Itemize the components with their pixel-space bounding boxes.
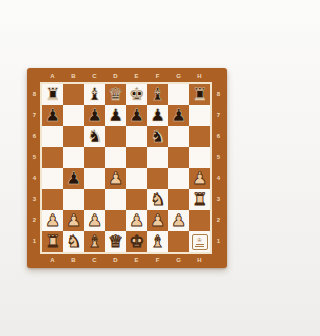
square-h5[interactable] (189, 147, 210, 168)
square-d7[interactable]: ♟ (105, 105, 126, 126)
square-e6[interactable] (126, 126, 147, 147)
board-grid: ♜♝♛♚♝♜♟♟♟♟♟♟♞♞♟♟♟♞♜♟♟♟♟♟♟♜♞♝♛♚♝♔ (42, 84, 210, 252)
file-label: F (147, 252, 168, 268)
square-f2[interactable]: ♟ (147, 210, 168, 231)
black-pawn[interactable]: ♟ (45, 107, 60, 124)
rank-label: 7 (27, 105, 42, 126)
white-rook[interactable]: ♜ (45, 233, 60, 250)
square-e4[interactable] (126, 168, 147, 189)
square-a5[interactable] (42, 147, 63, 168)
white-bishop[interactable]: ♝ (150, 233, 165, 250)
file-label: E (126, 252, 147, 268)
black-king[interactable]: ♚ (129, 86, 144, 103)
square-f8[interactable]: ♝ (147, 84, 168, 105)
square-a7[interactable]: ♟ (42, 105, 63, 126)
square-h8[interactable]: ♜ (189, 84, 210, 105)
square-g8[interactable] (168, 84, 189, 105)
logo-text-line (196, 244, 204, 245)
white-pawn[interactable]: ♟ (108, 170, 123, 187)
square-b5[interactable] (63, 147, 84, 168)
square-c5[interactable] (84, 147, 105, 168)
rank-labels-left: 8 7 6 5 4 3 2 1 (27, 84, 42, 252)
rank-label: 6 (210, 126, 227, 147)
brand-logo-stamp: ♔ (192, 234, 208, 250)
square-h2[interactable] (189, 210, 210, 231)
file-labels-top: A B C D E F G H (42, 68, 210, 84)
square-h3[interactable]: ♜ (189, 189, 210, 210)
photo-background: A B C D E F G H A B C D E F G H 8 7 6 5 … (0, 0, 252, 336)
black-pawn[interactable]: ♟ (66, 170, 81, 187)
square-g3[interactable] (168, 189, 189, 210)
rank-label: 8 (27, 84, 42, 105)
file-label: G (168, 252, 189, 268)
square-c6[interactable]: ♞ (84, 126, 105, 147)
square-e8[interactable]: ♚ (126, 84, 147, 105)
square-e2[interactable]: ♟ (126, 210, 147, 231)
square-a1[interactable]: ♜ (42, 231, 63, 252)
square-c8[interactable]: ♝ (84, 84, 105, 105)
rank-label: 2 (210, 210, 227, 231)
file-label: D (105, 68, 126, 84)
rank-label: 1 (210, 231, 227, 252)
rank-label: 2 (27, 210, 42, 231)
square-h4[interactable]: ♟ (189, 168, 210, 189)
black-queen[interactable]: ♛ (108, 86, 123, 103)
black-pawn[interactable]: ♟ (150, 107, 165, 124)
rank-label: 4 (210, 168, 227, 189)
square-f1[interactable]: ♝ (147, 231, 168, 252)
square-d2[interactable] (105, 210, 126, 231)
file-label: G (168, 68, 189, 84)
rank-label: 7 (210, 105, 227, 126)
black-pawn[interactable]: ♟ (129, 107, 144, 124)
square-g5[interactable] (168, 147, 189, 168)
white-king[interactable]: ♚ (129, 233, 144, 250)
white-pawn[interactable]: ♟ (87, 212, 102, 229)
black-rook[interactable]: ♜ (45, 86, 60, 103)
black-pawn[interactable]: ♟ (108, 107, 123, 124)
white-pawn[interactable]: ♟ (150, 212, 165, 229)
white-knight[interactable]: ♞ (150, 191, 165, 208)
black-pawn[interactable]: ♟ (87, 107, 102, 124)
square-g4[interactable] (168, 168, 189, 189)
square-h6[interactable] (189, 126, 210, 147)
rank-label: 6 (27, 126, 42, 147)
square-b7[interactable] (63, 105, 84, 126)
square-d1[interactable]: ♛ (105, 231, 126, 252)
white-bishop[interactable]: ♝ (87, 233, 102, 250)
file-label: D (105, 252, 126, 268)
black-bishop[interactable]: ♝ (150, 86, 165, 103)
square-c2[interactable]: ♟ (84, 210, 105, 231)
square-e5[interactable] (126, 147, 147, 168)
rank-label: 4 (27, 168, 42, 189)
square-h1[interactable]: ♔ (189, 231, 210, 252)
square-c3[interactable] (84, 189, 105, 210)
logo-text-line (195, 246, 204, 247)
file-label: A (42, 68, 63, 84)
square-f3[interactable]: ♞ (147, 189, 168, 210)
square-c4[interactable] (84, 168, 105, 189)
rank-label: 3 (27, 189, 42, 210)
square-a2[interactable]: ♟ (42, 210, 63, 231)
square-b1[interactable]: ♞ (63, 231, 84, 252)
rank-labels-right: 8 7 6 5 4 3 2 1 (210, 84, 227, 252)
square-d8[interactable]: ♛ (105, 84, 126, 105)
file-label: H (189, 68, 210, 84)
square-d6[interactable] (105, 126, 126, 147)
square-b4[interactable]: ♟ (63, 168, 84, 189)
square-f7[interactable]: ♟ (147, 105, 168, 126)
square-f5[interactable] (147, 147, 168, 168)
file-label: C (84, 68, 105, 84)
square-d4[interactable]: ♟ (105, 168, 126, 189)
square-b6[interactable] (63, 126, 84, 147)
square-f4[interactable] (147, 168, 168, 189)
square-g2[interactable]: ♟ (168, 210, 189, 231)
square-e1[interactable]: ♚ (126, 231, 147, 252)
black-bishop[interactable]: ♝ (87, 86, 102, 103)
black-knight[interactable]: ♞ (87, 128, 102, 145)
square-e3[interactable] (126, 189, 147, 210)
file-label: A (42, 252, 63, 268)
chess-board: A B C D E F G H A B C D E F G H 8 7 6 5 … (27, 68, 227, 268)
square-c7[interactable]: ♟ (84, 105, 105, 126)
black-knight[interactable]: ♞ (150, 128, 165, 145)
square-b2[interactable]: ♟ (63, 210, 84, 231)
file-labels-bottom: A B C D E F G H (42, 252, 210, 268)
white-pawn[interactable]: ♟ (45, 212, 60, 229)
square-f6[interactable]: ♞ (147, 126, 168, 147)
square-e7[interactable]: ♟ (126, 105, 147, 126)
square-c1[interactable]: ♝ (84, 231, 105, 252)
square-g7[interactable]: ♟ (168, 105, 189, 126)
square-a4[interactable] (42, 168, 63, 189)
square-d3[interactable] (105, 189, 126, 210)
square-d5[interactable] (105, 147, 126, 168)
white-rook[interactable]: ♜ (192, 191, 207, 208)
file-label: B (63, 252, 84, 268)
crown-stamp-icon: ♔ (197, 237, 202, 243)
black-pawn[interactable]: ♟ (171, 107, 186, 124)
rank-label: 5 (27, 147, 42, 168)
file-label: E (126, 68, 147, 84)
rank-label: 3 (210, 189, 227, 210)
file-label: H (189, 252, 210, 268)
rank-label: 5 (210, 147, 227, 168)
white-pawn[interactable]: ♟ (192, 170, 207, 187)
square-h7[interactable] (189, 105, 210, 126)
square-a6[interactable] (42, 126, 63, 147)
file-label: B (63, 68, 84, 84)
white-pawn[interactable]: ♟ (66, 212, 81, 229)
white-knight[interactable]: ♞ (66, 233, 81, 250)
square-b3[interactable] (63, 189, 84, 210)
square-b8[interactable] (63, 84, 84, 105)
square-a8[interactable]: ♜ (42, 84, 63, 105)
rank-label: 8 (210, 84, 227, 105)
white-pawn[interactable]: ♟ (129, 212, 144, 229)
rank-label: 1 (27, 231, 42, 252)
file-label: F (147, 68, 168, 84)
white-queen[interactable]: ♛ (108, 233, 123, 250)
square-g6[interactable] (168, 126, 189, 147)
white-pawn[interactable]: ♟ (171, 212, 186, 229)
black-rook[interactable]: ♜ (192, 86, 207, 103)
square-a3[interactable] (42, 189, 63, 210)
file-label: C (84, 252, 105, 268)
square-g1[interactable] (168, 231, 189, 252)
